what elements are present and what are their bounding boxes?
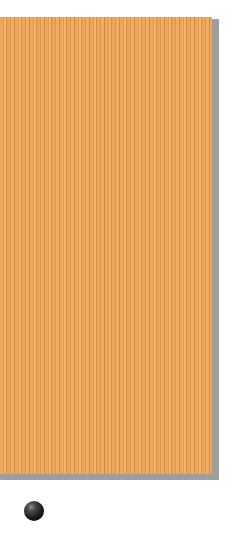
board-grid (0, 21, 210, 477)
move-legend (24, 501, 51, 521)
legend-move-stone (24, 501, 44, 521)
go-diagram (0, 0, 236, 537)
go-board (0, 17, 212, 474)
